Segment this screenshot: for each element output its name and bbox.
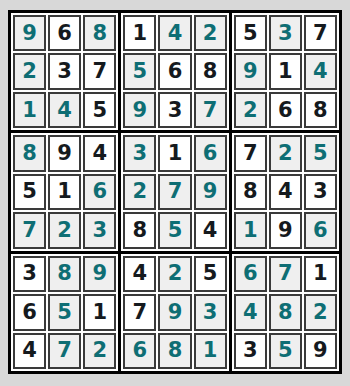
cell-r3c2[interactable]: 4 — [48, 92, 81, 128]
cell-r6c3[interactable]: 3 — [83, 212, 116, 248]
cell-r9c9[interactable]: 9 — [304, 333, 337, 369]
solved-digit: 8 — [133, 220, 148, 241]
solved-digit: 5 — [92, 100, 107, 121]
cell-r6c5[interactable]: 5 — [158, 212, 191, 248]
solved-digit: 5 — [203, 263, 218, 284]
given-digit: 9 — [203, 181, 218, 202]
given-digit: 2 — [57, 220, 72, 241]
given-digit: 7 — [203, 100, 218, 121]
given-digit: 8 — [57, 263, 72, 284]
solved-digit: 1 — [278, 61, 293, 82]
cell-r3c5[interactable]: 3 — [158, 92, 191, 128]
solved-digit: 6 — [22, 302, 37, 323]
cell-r7c6[interactable]: 5 — [194, 256, 227, 292]
solved-digit: 1 — [313, 263, 328, 284]
cell-r4c6[interactable]: 6 — [194, 135, 227, 171]
solved-digit: 8 — [243, 181, 258, 202]
cell-r1c7[interactable]: 5 — [234, 15, 267, 51]
cell-r7c2[interactable]: 8 — [48, 256, 81, 292]
cell-r4c1[interactable]: 8 — [13, 135, 46, 171]
cell-r4c8[interactable]: 2 — [269, 135, 302, 171]
cell-r5c7[interactable]: 8 — [234, 174, 267, 210]
cell-r4c4[interactable]: 3 — [123, 135, 156, 171]
cell-r4c2[interactable]: 9 — [48, 135, 81, 171]
given-digit: 1 — [22, 100, 37, 121]
cell-r1c4[interactable]: 1 — [123, 15, 156, 51]
given-digit: 2 — [313, 302, 328, 323]
solved-digit: 3 — [243, 340, 258, 361]
given-digit: 5 — [133, 61, 148, 82]
cell-r9c6[interactable]: 1 — [194, 333, 227, 369]
cell-r9c5[interactable]: 8 — [158, 333, 191, 369]
cell-r6c2[interactable]: 2 — [48, 212, 81, 248]
cell-r9c8[interactable]: 5 — [269, 333, 302, 369]
cell-r6c1[interactable]: 7 — [13, 212, 46, 248]
given-digit: 2 — [22, 61, 37, 82]
cell-r1c6[interactable]: 2 — [194, 15, 227, 51]
given-digit: 4 — [168, 23, 183, 44]
given-digit: 8 — [92, 23, 107, 44]
solved-digit: 8 — [313, 100, 328, 121]
solved-digit: 9 — [313, 340, 328, 361]
solved-digit: 3 — [22, 263, 37, 284]
box-2-2: 316279854 — [121, 133, 228, 250]
given-digit: 2 — [243, 100, 258, 121]
cell-r8c6[interactable]: 3 — [194, 294, 227, 330]
given-digit: 9 — [168, 302, 183, 323]
cell-r7c5[interactable]: 2 — [158, 256, 191, 292]
sudoku-board: 9682371451425689375379142688945167233162… — [8, 10, 342, 374]
given-digit: 2 — [133, 181, 148, 202]
given-digit: 4 — [243, 302, 258, 323]
cell-r4c9[interactable]: 5 — [304, 135, 337, 171]
cell-r5c6[interactable]: 9 — [194, 174, 227, 210]
solved-digit: 5 — [22, 181, 37, 202]
given-digit: 5 — [57, 302, 72, 323]
cell-r8c8[interactable]: 8 — [269, 294, 302, 330]
cell-r7c4[interactable]: 4 — [123, 256, 156, 292]
given-digit: 3 — [92, 220, 107, 241]
cell-r3c7[interactable]: 2 — [234, 92, 267, 128]
cell-r1c5[interactable]: 4 — [158, 15, 191, 51]
given-digit: 7 — [278, 263, 293, 284]
box-2-1: 894516723 — [11, 133, 118, 250]
solved-digit: 3 — [168, 100, 183, 121]
given-digit: 7 — [22, 220, 37, 241]
cell-r3c6[interactable]: 7 — [194, 92, 227, 128]
cell-r8c4[interactable]: 7 — [123, 294, 156, 330]
given-digit: 5 — [168, 220, 183, 241]
cell-r5c8[interactable]: 4 — [269, 174, 302, 210]
given-digit: 6 — [203, 143, 218, 164]
box-3-2: 425793681 — [121, 254, 228, 371]
given-digit: 4 — [313, 61, 328, 82]
given-digit: 6 — [133, 340, 148, 361]
cell-r2c3[interactable]: 7 — [83, 53, 116, 89]
cell-r3c4[interactable]: 9 — [123, 92, 156, 128]
cell-r8c1[interactable]: 6 — [13, 294, 46, 330]
cell-r3c8[interactable]: 6 — [269, 92, 302, 128]
given-digit: 9 — [243, 61, 258, 82]
given-digit: 3 — [203, 302, 218, 323]
box-3-1: 389651472 — [11, 254, 118, 371]
cell-r4c3[interactable]: 4 — [83, 135, 116, 171]
cell-r5c5[interactable]: 7 — [158, 174, 191, 210]
cell-r7c7[interactable]: 6 — [234, 256, 267, 292]
cell-r5c3[interactable]: 6 — [83, 174, 116, 210]
solved-digit: 4 — [133, 263, 148, 284]
box-1-1: 968237145 — [11, 13, 118, 130]
given-digit: 4 — [57, 100, 72, 121]
solved-digit: 5 — [243, 23, 258, 44]
cell-r2c6[interactable]: 8 — [194, 53, 227, 89]
solved-digit: 4 — [278, 181, 293, 202]
given-digit: 2 — [168, 263, 183, 284]
cell-r2c4[interactable]: 5 — [123, 53, 156, 89]
cell-r9c4[interactable]: 6 — [123, 333, 156, 369]
solved-digit: 1 — [57, 181, 72, 202]
cell-r5c4[interactable]: 2 — [123, 174, 156, 210]
solved-digit: 1 — [168, 143, 183, 164]
cell-r6c7[interactable]: 1 — [234, 212, 267, 248]
cell-r9c2[interactable]: 7 — [48, 333, 81, 369]
cell-r7c9[interactable]: 1 — [304, 256, 337, 292]
cell-r8c2[interactable]: 5 — [48, 294, 81, 330]
solved-digit: 4 — [92, 143, 107, 164]
cell-r6c4[interactable]: 8 — [123, 212, 156, 248]
solved-digit: 7 — [313, 23, 328, 44]
given-digit: 8 — [278, 302, 293, 323]
cell-r8c5[interactable]: 9 — [158, 294, 191, 330]
cell-r9c7[interactable]: 3 — [234, 333, 267, 369]
page-background: 9682371451425689375379142688945167233162… — [0, 0, 350, 386]
solved-digit: 9 — [278, 220, 293, 241]
box-2-3: 725843196 — [232, 133, 339, 250]
cell-r9c3[interactable]: 2 — [83, 333, 116, 369]
cell-r6c6[interactable]: 4 — [194, 212, 227, 248]
cell-r2c2[interactable]: 3 — [48, 53, 81, 89]
solved-digit: 4 — [22, 340, 37, 361]
solved-digit: 7 — [243, 143, 258, 164]
cell-r7c8[interactable]: 7 — [269, 256, 302, 292]
cell-r3c3[interactable]: 5 — [83, 92, 116, 128]
solved-digit: 3 — [57, 61, 72, 82]
given-digit: 1 — [243, 220, 258, 241]
cell-r7c1[interactable]: 3 — [13, 256, 46, 292]
given-digit: 7 — [168, 181, 183, 202]
cell-r5c2[interactable]: 1 — [48, 174, 81, 210]
given-digit: 9 — [133, 100, 148, 121]
cell-r4c5[interactable]: 1 — [158, 135, 191, 171]
given-digit: 3 — [133, 143, 148, 164]
cell-r1c8[interactable]: 3 — [269, 15, 302, 51]
given-digit: 8 — [168, 340, 183, 361]
cell-r1c9[interactable]: 7 — [304, 15, 337, 51]
cell-r2c8[interactable]: 1 — [269, 53, 302, 89]
cell-r1c3[interactable]: 8 — [83, 15, 116, 51]
box-1-2: 142568937 — [121, 13, 228, 130]
given-digit: 2 — [203, 23, 218, 44]
solved-digit: 1 — [133, 23, 148, 44]
given-digit: 7 — [57, 340, 72, 361]
cell-r2c9[interactable]: 4 — [304, 53, 337, 89]
cell-r1c2[interactable]: 6 — [48, 15, 81, 51]
cell-r4c7[interactable]: 7 — [234, 135, 267, 171]
box-1-3: 537914268 — [232, 13, 339, 130]
cell-r2c1[interactable]: 2 — [13, 53, 46, 89]
cell-r8c3[interactable]: 1 — [83, 294, 116, 330]
solved-digit: 4 — [203, 220, 218, 241]
cell-r9c1[interactable]: 4 — [13, 333, 46, 369]
solved-digit: 6 — [168, 61, 183, 82]
solved-digit: 3 — [313, 181, 328, 202]
given-digit: 6 — [243, 263, 258, 284]
given-digit: 9 — [92, 263, 107, 284]
given-digit: 5 — [313, 143, 328, 164]
given-digit: 2 — [278, 143, 293, 164]
cell-r8c7[interactable]: 4 — [234, 294, 267, 330]
cell-r6c9[interactable]: 6 — [304, 212, 337, 248]
given-digit: 1 — [203, 340, 218, 361]
solved-digit: 7 — [133, 302, 148, 323]
cell-r2c7[interactable]: 9 — [234, 53, 267, 89]
cell-r2c5[interactable]: 6 — [158, 53, 191, 89]
given-digit: 3 — [278, 23, 293, 44]
solved-digit: 6 — [57, 23, 72, 44]
cell-r7c3[interactable]: 9 — [83, 256, 116, 292]
solved-digit: 8 — [203, 61, 218, 82]
solved-digit: 1 — [92, 302, 107, 323]
cell-r3c1[interactable]: 1 — [13, 92, 46, 128]
given-digit: 6 — [313, 220, 328, 241]
solved-digit: 6 — [278, 100, 293, 121]
cell-r5c9[interactable]: 3 — [304, 174, 337, 210]
given-digit: 6 — [92, 181, 107, 202]
given-digit: 8 — [22, 143, 37, 164]
given-digit: 9 — [22, 23, 37, 44]
given-digit: 5 — [278, 340, 293, 361]
solved-digit: 9 — [57, 143, 72, 164]
cell-r3c9[interactable]: 8 — [304, 92, 337, 128]
cell-r8c9[interactable]: 2 — [304, 294, 337, 330]
cell-r1c1[interactable]: 9 — [13, 15, 46, 51]
given-digit: 2 — [92, 340, 107, 361]
cell-r6c8[interactable]: 9 — [269, 212, 302, 248]
box-3-3: 671482359 — [232, 254, 339, 371]
solved-digit: 7 — [92, 61, 107, 82]
cell-r5c1[interactable]: 5 — [13, 174, 46, 210]
